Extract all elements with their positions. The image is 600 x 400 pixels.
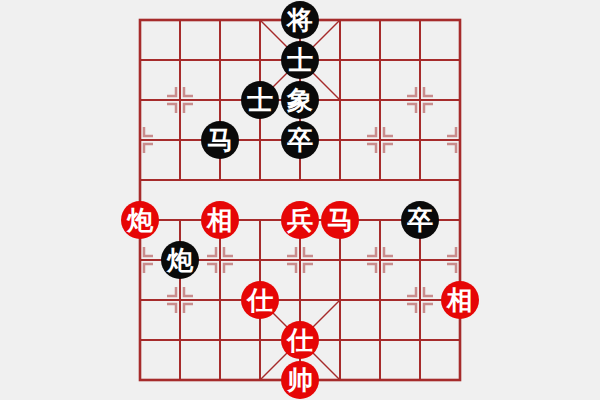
page: 将士士象马卒炮相兵马卒炮仕相仕帅 [0,0,600,400]
black-general[interactable]: 将 [281,1,319,39]
red-advisor-2[interactable]: 仕 [281,321,319,359]
black-advisor-2[interactable]: 士 [241,81,279,119]
board-cell-red-advisor-2: 仕 [280,320,320,360]
black-cannon[interactable]: 炮 [161,241,199,279]
board-cell-red-elephant-1: 相 [200,200,240,240]
board-cell-black-soldier-1: 卒 [280,120,320,160]
pieces-layer: 将士士象马卒炮相兵马卒炮仕相仕帅 [120,0,480,400]
black-soldier-1[interactable]: 卒 [281,121,319,159]
xiangqi-board: 将士士象马卒炮相兵马卒炮仕相仕帅 [0,0,600,400]
board-cell-red-advisor-1: 仕 [240,280,280,320]
board-cell-red-cannon: 炮 [120,200,160,240]
board-cell-red-elephant-2: 相 [440,280,480,320]
red-horse[interactable]: 马 [321,201,359,239]
red-elephant-2[interactable]: 相 [441,281,479,319]
black-advisor-1[interactable]: 士 [281,41,319,79]
board-cell-red-soldier: 兵 [280,200,320,240]
red-advisor-1[interactable]: 仕 [241,281,279,319]
red-general[interactable]: 帅 [281,361,319,399]
red-elephant-1[interactable]: 相 [201,201,239,239]
board-cell-black-cannon: 炮 [160,240,200,280]
black-soldier-2[interactable]: 卒 [401,201,439,239]
board-cell-black-elephant: 象 [280,80,320,120]
board-cell-red-general: 帅 [280,360,320,400]
board-cell-black-soldier-2: 卒 [400,200,440,240]
red-cannon[interactable]: 炮 [121,201,159,239]
board-cell-red-horse: 马 [320,200,360,240]
black-horse[interactable]: 马 [201,121,239,159]
board-cell-black-advisor-1: 士 [280,40,320,80]
board-cell-black-advisor-2: 士 [240,80,280,120]
red-soldier[interactable]: 兵 [281,201,319,239]
board-cell-black-general: 将 [280,0,320,40]
black-elephant[interactable]: 象 [281,81,319,119]
board-cell-black-horse: 马 [200,120,240,160]
